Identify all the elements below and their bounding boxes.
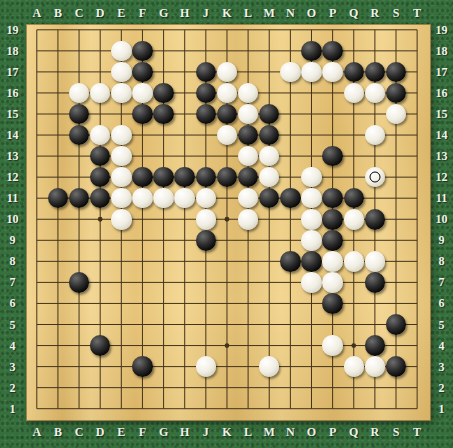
col-label-top-F: F	[139, 7, 146, 19]
black-stone-R17	[365, 62, 386, 83]
row-label-right-7: 7	[439, 276, 445, 288]
col-label-top-E: E	[117, 7, 125, 19]
black-stone-J9	[196, 230, 217, 251]
row-label-right-10: 10	[436, 213, 448, 225]
black-stone-Q17	[344, 62, 365, 83]
white-stone-J10	[196, 209, 217, 230]
row-label-left-8: 8	[10, 255, 16, 267]
row-label-right-17: 17	[436, 66, 448, 78]
col-label-bottom-T: T	[413, 426, 421, 438]
row-label-right-18: 18	[436, 45, 448, 57]
col-label-top-N: N	[286, 7, 295, 19]
black-stone-R7	[365, 272, 386, 293]
white-stone-G11	[153, 188, 174, 209]
black-stone-J16	[196, 83, 217, 104]
star-point-Q4	[351, 343, 356, 348]
row-label-left-14: 14	[7, 129, 19, 141]
col-label-bottom-G: G	[159, 426, 168, 438]
black-stone-S5	[386, 314, 407, 335]
row-label-right-3: 3	[439, 361, 445, 373]
white-stone-P17	[322, 62, 343, 83]
col-label-top-M: M	[264, 7, 275, 19]
row-label-left-9: 9	[10, 234, 16, 246]
white-stone-E11	[111, 188, 132, 209]
row-label-right-8: 8	[439, 255, 445, 267]
black-stone-J17	[196, 62, 217, 83]
white-stone-O12	[301, 167, 322, 188]
black-stone-F15	[132, 104, 153, 125]
goban-board[interactable]	[26, 24, 431, 421]
row-label-right-16: 16	[436, 87, 448, 99]
black-stone-F18	[132, 41, 153, 62]
col-label-top-C: C	[75, 7, 84, 19]
row-label-right-5: 5	[439, 319, 445, 331]
row-label-right-9: 9	[439, 234, 445, 246]
white-stone-E16	[111, 83, 132, 104]
col-label-top-H: H	[180, 7, 189, 19]
col-label-top-R: R	[371, 7, 380, 19]
white-stone-Q16	[344, 83, 365, 104]
col-label-bottom-Q: Q	[349, 426, 358, 438]
black-stone-N8	[280, 251, 301, 272]
star-point-K4	[225, 343, 230, 348]
col-label-top-K: K	[222, 7, 231, 19]
black-stone-P18	[322, 41, 343, 62]
black-stone-R4	[365, 335, 386, 356]
row-label-left-1: 1	[10, 403, 16, 415]
row-label-left-18: 18	[7, 45, 19, 57]
white-stone-E14	[111, 125, 132, 146]
white-stone-O7	[301, 272, 322, 293]
row-label-left-19: 19	[7, 24, 19, 36]
black-stone-O8	[301, 251, 322, 272]
row-label-right-13: 13	[436, 150, 448, 162]
star-point-D10	[98, 217, 103, 222]
white-stone-P8	[322, 251, 343, 272]
row-label-right-2: 2	[439, 382, 445, 394]
col-label-top-D: D	[96, 7, 105, 19]
star-point-K10	[225, 217, 230, 222]
row-label-right-11: 11	[436, 192, 447, 204]
col-label-top-O: O	[307, 7, 316, 19]
col-label-top-Q: Q	[349, 7, 358, 19]
row-label-left-11: 11	[7, 192, 18, 204]
black-stone-F12	[132, 167, 153, 188]
row-label-right-6: 6	[439, 297, 445, 309]
col-label-top-T: T	[413, 7, 421, 19]
white-stone-L10	[238, 209, 259, 230]
row-label-right-14: 14	[436, 129, 448, 141]
black-stone-G15	[153, 104, 174, 125]
white-stone-E13	[111, 146, 132, 167]
col-label-bottom-K: K	[222, 426, 231, 438]
go-game-screenshot: AABBCCDDEEFFGGHHJJKKLLMMNNOOPPQQRRSSTT19…	[0, 0, 453, 448]
black-stone-P6	[322, 293, 343, 314]
col-label-bottom-B: B	[54, 426, 62, 438]
black-stone-O18	[301, 41, 322, 62]
black-stone-D4	[90, 335, 111, 356]
black-stone-C7	[69, 272, 90, 293]
row-label-left-12: 12	[7, 171, 19, 183]
col-label-top-G: G	[159, 7, 168, 19]
row-label-right-4: 4	[439, 340, 445, 352]
col-label-bottom-H: H	[180, 426, 189, 438]
white-stone-J3	[196, 356, 217, 377]
white-stone-O10	[301, 209, 322, 230]
last-move-marker	[369, 172, 380, 183]
col-label-bottom-E: E	[117, 426, 125, 438]
col-label-bottom-O: O	[307, 426, 316, 438]
white-stone-R8	[365, 251, 386, 272]
black-stone-F17	[132, 62, 153, 83]
col-label-bottom-A: A	[32, 426, 41, 438]
col-label-top-L: L	[244, 7, 252, 19]
white-stone-O9	[301, 230, 322, 251]
row-label-right-12: 12	[436, 171, 448, 183]
white-stone-F11	[132, 188, 153, 209]
white-stone-Q10	[344, 209, 365, 230]
col-label-bottom-D: D	[96, 426, 105, 438]
black-stone-G12	[153, 167, 174, 188]
row-label-left-3: 3	[10, 361, 16, 373]
col-label-bottom-L: L	[244, 426, 252, 438]
col-label-top-P: P	[329, 7, 336, 19]
black-stone-P10	[322, 209, 343, 230]
col-label-top-J: J	[203, 7, 209, 19]
row-label-right-1: 1	[439, 403, 445, 415]
col-label-bottom-F: F	[139, 426, 146, 438]
row-label-left-13: 13	[7, 150, 19, 162]
white-stone-F16	[132, 83, 153, 104]
black-stone-R10	[365, 209, 386, 230]
col-label-top-S: S	[393, 7, 400, 19]
row-label-left-4: 4	[10, 340, 16, 352]
row-label-left-7: 7	[10, 276, 16, 288]
col-label-bottom-S: S	[393, 426, 400, 438]
white-stone-P7	[322, 272, 343, 293]
row-label-right-15: 15	[436, 108, 448, 120]
white-stone-O11	[301, 188, 322, 209]
white-stone-Q3	[344, 356, 365, 377]
col-label-bottom-N: N	[286, 426, 295, 438]
black-stone-S3	[386, 356, 407, 377]
white-stone-E12	[111, 167, 132, 188]
white-stone-E18	[111, 41, 132, 62]
row-label-left-2: 2	[10, 382, 16, 394]
white-stone-R3	[365, 356, 386, 377]
col-label-top-B: B	[54, 7, 62, 19]
white-stone-P4	[322, 335, 343, 356]
col-label-bottom-C: C	[75, 426, 84, 438]
row-label-left-5: 5	[10, 319, 16, 331]
black-stone-G16	[153, 83, 174, 104]
col-label-bottom-J: J	[203, 426, 209, 438]
row-label-left-15: 15	[7, 108, 19, 120]
col-label-top-A: A	[32, 7, 41, 19]
row-label-left-16: 16	[7, 87, 19, 99]
white-stone-N17	[280, 62, 301, 83]
black-stone-P9	[322, 230, 343, 251]
black-stone-N11	[280, 188, 301, 209]
row-label-left-6: 6	[10, 297, 16, 309]
white-stone-E17	[111, 62, 132, 83]
black-stone-F3	[132, 356, 153, 377]
white-stone-E10	[111, 209, 132, 230]
col-label-bottom-P: P	[329, 426, 336, 438]
black-stone-P13	[322, 146, 343, 167]
row-label-left-10: 10	[7, 213, 19, 225]
row-label-left-17: 17	[7, 66, 19, 78]
col-label-bottom-M: M	[264, 426, 275, 438]
white-stone-Q8	[344, 251, 365, 272]
row-label-right-19: 19	[436, 24, 448, 36]
col-label-bottom-R: R	[371, 426, 380, 438]
white-stone-O17	[301, 62, 322, 83]
